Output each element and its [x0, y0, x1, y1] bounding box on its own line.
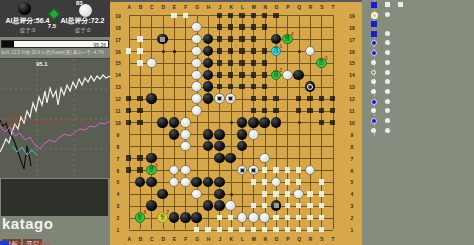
black-stone-H17 [203, 34, 214, 45]
graph-footer-area [1, 179, 108, 216]
coord-number-left: 1 [113, 227, 123, 233]
territory-black [273, 96, 279, 102]
territory-black [228, 13, 234, 19]
territory-black [296, 108, 302, 114]
territory-black [239, 60, 245, 66]
game-tree[interactable] [362, 0, 474, 138]
territory-black [126, 120, 132, 126]
tree-node-hollow[interactable] [371, 70, 376, 75]
white-stone-O5 [271, 177, 282, 188]
tree-node-blue-square[interactable] [371, 21, 377, 27]
fine-print: AI持续分析中,点击查看详情 [2, 241, 102, 245]
blue-corner-marker [0, 241, 9, 245]
tree-node-blue-dot[interactable] [371, 99, 377, 105]
white-stone-G18 [191, 22, 202, 33]
territory-white [307, 203, 313, 209]
black-stone-H9 [203, 129, 214, 140]
candidate-move-P17[interactable]: 469238 [282, 34, 293, 45]
territory-white [262, 227, 268, 233]
white-stone-G13 [191, 81, 202, 92]
star-point [230, 193, 233, 196]
black-stone-K7 [225, 153, 236, 164]
coord-letter-top: D [158, 4, 168, 10]
tree-node-blue-square[interactable] [371, 31, 377, 37]
territory-black [239, 24, 245, 30]
territory-black [137, 167, 143, 173]
coord-number-left: 17 [113, 37, 123, 43]
territory-black [137, 108, 143, 114]
coord-number-right: 10 [347, 120, 357, 126]
candidate-rank: 1 [280, 44, 283, 49]
dead-white-mark [228, 96, 233, 101]
candidate-move-D2[interactable]: 76132 [157, 212, 168, 223]
black-stone-J3 [214, 200, 225, 211]
tree-branch-node[interactable] [385, 79, 390, 84]
grid-line-v [287, 15, 288, 229]
territory-black [262, 72, 268, 78]
coord-number-left: 9 [113, 132, 123, 138]
black-stone-L9 [237, 129, 248, 140]
territory-white [137, 36, 143, 42]
candidate-move-B2[interactable]: 66785 [135, 212, 146, 223]
white-stone-G15 [191, 58, 202, 69]
coord-letter-top: Q [294, 4, 304, 10]
tree-branch-node[interactable] [385, 118, 390, 123]
territory-white [228, 227, 234, 233]
territory-black [262, 108, 268, 114]
territory-white [307, 227, 313, 233]
white-stone-L2 [237, 212, 248, 223]
candidate-visits: 412 [319, 63, 324, 67]
tree-branch-node[interactable] [385, 60, 390, 65]
graph-series-white-winrate [0, 75, 110, 152]
territory-black-dot [173, 50, 176, 53]
territory-white [171, 13, 177, 19]
grid-line-h [129, 146, 333, 147]
coord-number-left: 12 [113, 96, 123, 102]
territory-white [285, 203, 291, 209]
territory-white [285, 179, 291, 185]
graph-series-black-line [0, 120, 31, 169]
last-move-marker [307, 84, 313, 90]
coord-number-left: 5 [113, 179, 123, 185]
territory-black [126, 155, 132, 161]
coord-number-right: 12 [347, 96, 357, 102]
dead-black-mark [274, 203, 279, 208]
territory-black [137, 155, 143, 161]
white-stone-F6 [180, 165, 191, 176]
coord-number-right: 13 [347, 84, 357, 90]
coord-letter-top: R [306, 4, 316, 10]
territory-black [126, 167, 132, 173]
territory-black [319, 96, 325, 102]
coord-letter-bottom: Q [294, 236, 304, 242]
white-stone-F9 [180, 129, 191, 140]
black-stone-G5 [191, 177, 202, 188]
board-top-strip [110, 0, 362, 2]
territory-black [137, 96, 143, 102]
territory-black [262, 13, 268, 19]
coord-number-left: 8 [113, 144, 123, 150]
coord-number-right: 16 [347, 49, 357, 55]
coord-letter-bottom: G [192, 236, 202, 242]
black-stone-H3 [203, 200, 214, 211]
black-player-stone-icon [18, 2, 31, 15]
territory-black [239, 36, 245, 42]
tree-node-white-dot[interactable] [371, 128, 376, 133]
territory-white [319, 179, 325, 185]
black-stone-G2 [191, 212, 202, 223]
black-stone-C12 [146, 93, 157, 104]
candidate-move-C6[interactable]: 568147 [146, 165, 157, 176]
tree-node-white-dot[interactable] [371, 108, 376, 113]
coord-number-right: 15 [347, 60, 357, 66]
coord-number-left: 2 [113, 215, 123, 221]
candidate-rank: 4 [291, 32, 294, 37]
coord-number-left: 10 [113, 120, 123, 126]
coord-number-left: 4 [113, 191, 123, 197]
star-point [162, 50, 165, 53]
black-stone-H15 [203, 58, 214, 69]
black-stone-J7 [214, 153, 225, 164]
coord-letter-bottom: E [170, 236, 180, 242]
territory-black [126, 108, 132, 114]
white-stone-R16 [305, 46, 316, 57]
territory-black [228, 48, 234, 54]
tree-node-white-dot[interactable] [371, 79, 376, 84]
tree-branch-node[interactable] [385, 70, 390, 75]
territory-white [262, 167, 268, 173]
territory-black [251, 108, 257, 114]
black-stone-H16 [203, 46, 214, 57]
territory-white [307, 215, 313, 221]
dead-white-mark [251, 168, 256, 173]
territory-black [262, 24, 268, 30]
territory-black [217, 36, 223, 42]
territory-white [126, 48, 132, 54]
coord-letter-bottom: R [306, 236, 316, 242]
tree-branch-node[interactable] [385, 31, 390, 36]
territory-white [319, 191, 325, 197]
black-stone-E10 [169, 117, 180, 128]
tree-branch-node[interactable] [385, 40, 390, 45]
white-stone-E5 [169, 177, 180, 188]
candidate-move-O16[interactable]: 1753.1k [271, 46, 282, 57]
coord-letter-bottom: N [260, 236, 270, 242]
black-stone-O10 [271, 117, 282, 128]
tree-branch-node[interactable] [398, 2, 403, 7]
coord-letter-top: B [136, 4, 146, 10]
grid-line-h [129, 134, 333, 135]
coord-letter-bottom: P [283, 236, 293, 242]
territory-white [183, 13, 189, 19]
candidate-visits: 85 [138, 218, 141, 222]
territory-white [285, 167, 291, 173]
black-stone-D10 [157, 117, 168, 128]
territory-white [262, 179, 268, 185]
white-stone-G16 [191, 46, 202, 57]
territory-white [285, 191, 291, 197]
coord-number-right: 5 [347, 179, 357, 185]
tree-node-white-dot[interactable] [371, 60, 376, 65]
coord-number-left: 16 [113, 49, 123, 55]
star-point [298, 50, 301, 53]
black-stone-J5 [214, 177, 225, 188]
coord-letter-top: C [147, 4, 157, 10]
black-stone-L10 [237, 117, 248, 128]
territory-white [307, 191, 313, 197]
coord-number-right: 1 [347, 227, 357, 233]
right-panel [362, 0, 474, 245]
coord-letter-top: S [317, 4, 327, 10]
territory-black [126, 96, 132, 102]
territory-black [217, 60, 223, 66]
territory-black [239, 84, 245, 90]
territory-black [137, 120, 143, 126]
territory-black [217, 48, 223, 54]
black-stone-B5 [135, 177, 146, 188]
winrate-bar-black-segment [2, 41, 14, 47]
dead-white-mark [240, 168, 245, 173]
tree-node-current[interactable] [371, 12, 378, 19]
dead-black-mark [160, 37, 165, 42]
white-stone-N2 [259, 212, 270, 223]
tree-branch-node[interactable] [385, 89, 390, 94]
coord-letter-top: T [328, 4, 338, 10]
white-stone-G4 [191, 189, 202, 200]
coord-letter-top: M [249, 4, 259, 10]
territory-black [251, 96, 257, 102]
white-stone-F5 [180, 177, 191, 188]
tree-node-blue-dot[interactable] [371, 118, 377, 124]
coord-number-left: 7 [113, 156, 123, 162]
tree-node-blue-dot[interactable] [371, 50, 377, 56]
grid-line-h [129, 170, 333, 171]
tree-branch-node[interactable] [385, 50, 390, 55]
coord-letter-top: P [283, 4, 293, 10]
coord-letter-bottom: F [181, 236, 191, 242]
white-stone-E6 [169, 165, 180, 176]
black-stone-D4 [157, 189, 168, 200]
territory-white [262, 191, 268, 197]
territory-black [217, 72, 223, 78]
coord-letter-top: J [215, 4, 225, 10]
territory-black [239, 48, 245, 54]
black-stone-J8 [214, 141, 225, 152]
coord-letter-bottom: C [147, 236, 157, 242]
graph-peak-label: 95.1 [36, 61, 48, 67]
territory-black [251, 24, 257, 30]
coord-letter-top: O [272, 4, 282, 10]
black-stone-H14 [203, 70, 214, 81]
territory-white [296, 167, 302, 173]
territory-white [296, 227, 302, 233]
candidate-rank: 5 [155, 163, 158, 168]
coord-number-right: 18 [347, 25, 357, 31]
coord-number-left: 3 [113, 203, 123, 209]
territory-white [319, 203, 325, 209]
coord-number-right: 14 [347, 72, 357, 78]
territory-white [273, 167, 279, 173]
tree-branch-node[interactable] [385, 128, 390, 133]
tree-node-blue-square[interactable] [371, 2, 377, 8]
territory-black [319, 108, 325, 114]
candidate-move-S15[interactable]: 370412 [316, 58, 327, 69]
territory-black [319, 120, 325, 126]
winrate-bar-value: 95.26 [93, 42, 106, 48]
coord-letter-bottom: A [124, 236, 134, 242]
coord-letter-bottom: T [328, 236, 338, 242]
white-stone-P14 [282, 70, 293, 81]
territory-white [217, 227, 223, 233]
coord-letter-top: G [192, 4, 202, 10]
territory-white [296, 203, 302, 209]
tree-branch-node[interactable] [385, 12, 390, 17]
territory-white [239, 227, 245, 233]
territory-black [217, 24, 223, 30]
coord-number-right: 6 [347, 168, 357, 174]
black-stone-C5 [146, 177, 157, 188]
black-stone-Q14 [293, 70, 304, 81]
coord-number-right: 3 [347, 203, 357, 209]
winrate-graph-canvas [0, 59, 110, 179]
white-stone-G17 [191, 34, 202, 45]
candidate-visits: 856 [273, 75, 278, 79]
left-panel: AI总评分:56.4 提子:0 83 7.5 AI总评分:72.2 提子:0 9… [0, 0, 110, 245]
coord-letter-top: F [181, 4, 191, 10]
white-stone-G11 [191, 105, 202, 116]
black-stone-J4 [214, 189, 225, 200]
black-stone-N10 [259, 117, 270, 128]
black-stone-H5 [203, 177, 214, 188]
territory-black [217, 13, 223, 19]
territory-black [296, 96, 302, 102]
white-stone-C15 [146, 58, 157, 69]
main-go-board[interactable]: AA1919BB1818CC1717DD1616EE1515FF1414GG13… [110, 0, 362, 245]
coord-letter-bottom: K [226, 236, 236, 242]
coord-number-right: 8 [347, 144, 357, 150]
territory-white [251, 179, 257, 185]
white-stone-G14 [191, 70, 202, 81]
candidate-visits: 3.1k [273, 51, 279, 55]
white-stone-N7 [259, 153, 270, 164]
candidate-rank: 6 [144, 210, 147, 215]
territory-white [217, 215, 223, 221]
black-stone-M10 [248, 117, 259, 128]
tree-branch-node[interactable] [385, 108, 390, 113]
coord-letter-bottom: O [272, 236, 282, 242]
black-stone-J9 [214, 129, 225, 140]
territory-black [273, 108, 279, 114]
winrate-graph[interactable]: 95.1 [0, 58, 110, 178]
white-captures: 提子:0 [55, 27, 110, 34]
territory-black [307, 96, 313, 102]
graph-series-cyan-line [12, 146, 37, 155]
white-ai-score: AI总评分:72.2 [55, 16, 110, 26]
territory-black [251, 72, 257, 78]
territory-black [262, 96, 268, 102]
coord-number-right: 7 [347, 156, 357, 162]
territory-black [330, 96, 336, 102]
player-header: AI总评分:56.4 提子:0 83 7.5 AI总评分:72.2 提子:0 [0, 0, 110, 37]
coord-letter-bottom: L [238, 236, 248, 242]
territory-white [251, 227, 257, 233]
white-stone-K3 [225, 200, 236, 211]
coord-letter-top: N [260, 4, 270, 10]
white-stone-Q4 [293, 189, 304, 200]
territory-black [262, 84, 268, 90]
coord-letter-bottom: J [215, 236, 225, 242]
star-point [230, 121, 233, 124]
candidate-move-O14[interactable]: 272856 [271, 70, 282, 81]
grid-line-h [129, 182, 333, 183]
black-stone-C3 [146, 200, 157, 211]
territory-white [319, 227, 325, 233]
tree-node-white-dot[interactable] [371, 89, 376, 94]
territory-white [262, 203, 268, 209]
candidate-rank: 3 [325, 56, 328, 61]
coord-letter-top: A [124, 4, 134, 10]
territory-black [239, 13, 245, 19]
territory-black [228, 24, 234, 30]
analysis-caption: 贴目:12.5 目数:20.6 白胜(Kata权重) 最后一手:-4.7% [1, 50, 109, 57]
territory-black [251, 13, 257, 19]
coord-letter-top: L [238, 4, 248, 10]
coord-number-left: 6 [113, 168, 123, 174]
tree-branch-node[interactable] [385, 99, 390, 104]
black-stone-E2 [169, 212, 180, 223]
territory-black [228, 72, 234, 78]
coord-letter-top: K [226, 4, 236, 10]
coord-letter-top: E [170, 4, 180, 10]
coord-number-right: 2 [347, 215, 357, 221]
territory-white [319, 215, 325, 221]
black-stone-L8 [237, 141, 248, 152]
black-stone-F2 [180, 212, 191, 223]
candidate-visits: 238 [285, 39, 290, 43]
tree-branch-node[interactable] [385, 2, 390, 7]
coord-number-right: 9 [347, 132, 357, 138]
territory-white [273, 191, 279, 197]
coord-letter-bottom: B [136, 236, 146, 242]
white-stone-M9 [248, 129, 259, 140]
territory-black [239, 72, 245, 78]
territory-black [307, 108, 313, 114]
territory-black [251, 48, 257, 54]
territory-white [137, 48, 143, 54]
territory-white [273, 227, 279, 233]
territory-black [228, 84, 234, 90]
candidate-rank: 7 [166, 210, 169, 215]
coord-number-left: 19 [113, 13, 123, 19]
coord-number-left: 13 [113, 84, 123, 90]
territory-white [273, 215, 279, 221]
black-stone-H13 [203, 81, 214, 92]
territory-black [273, 13, 279, 19]
coord-number-right: 4 [347, 191, 357, 197]
territory-black [251, 60, 257, 66]
territory-black [251, 84, 257, 90]
winrate-bar: 95.26 [1, 40, 109, 48]
territory-black [228, 60, 234, 66]
coord-letter-bottom: D [158, 236, 168, 242]
coord-letter-top: H [204, 4, 214, 10]
tree-node-blue-dot[interactable] [371, 40, 377, 46]
territory-white [285, 227, 291, 233]
territory-white [205, 227, 211, 233]
territory-black [228, 36, 234, 42]
territory-black [217, 84, 223, 90]
